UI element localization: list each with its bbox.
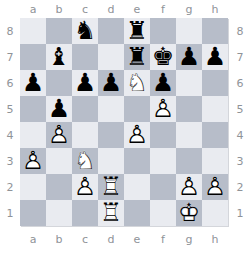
square-f1[interactable] <box>150 200 176 226</box>
rank-label-7-left: 7 <box>0 44 20 70</box>
square-b1[interactable] <box>46 200 72 226</box>
rank-label-4-left: 4 <box>0 122 20 148</box>
square-d8[interactable] <box>98 18 124 44</box>
square-f7[interactable]: ♚ <box>150 44 176 70</box>
file-label-a-top: a <box>20 0 46 18</box>
rank-label-8-left: 8 <box>0 18 20 44</box>
file-label-e-bottom: e <box>124 226 150 258</box>
file-label-h-bottom: h <box>202 226 228 258</box>
square-c6[interactable]: ♟ <box>72 70 98 96</box>
square-f4[interactable] <box>150 122 176 148</box>
square-b2[interactable] <box>46 174 72 200</box>
file-label-h-top: h <box>202 0 228 18</box>
square-g8[interactable] <box>176 18 202 44</box>
square-a7[interactable] <box>20 44 46 70</box>
square-b8[interactable] <box>46 18 72 44</box>
square-e8[interactable]: ♜ <box>124 18 150 44</box>
square-a2[interactable] <box>20 174 46 200</box>
square-f8[interactable] <box>150 18 176 44</box>
square-h7[interactable]: ♟ <box>202 44 228 70</box>
file-label-c-bottom: c <box>72 226 98 258</box>
white-pawn-icon: ♟♙ <box>46 122 72 148</box>
square-h1[interactable] <box>202 200 228 226</box>
white-rook-icon: ♜♖ <box>98 174 124 200</box>
white-knight-icon: ♞♘ <box>124 70 150 96</box>
square-e5[interactable] <box>124 96 150 122</box>
board-corner-spacer <box>0 0 20 18</box>
square-a1[interactable] <box>20 200 46 226</box>
square-g3[interactable] <box>176 148 202 174</box>
square-b7[interactable]: ♝ <box>46 44 72 70</box>
black-king-icon: ♚ <box>150 44 176 70</box>
square-f5[interactable]: ♟♙ <box>150 96 176 122</box>
square-h6[interactable] <box>202 70 228 96</box>
file-label-g-bottom: g <box>176 226 202 258</box>
square-a4[interactable] <box>20 122 46 148</box>
square-c5[interactable] <box>72 96 98 122</box>
square-d2[interactable]: ♜♖ <box>98 174 124 200</box>
file-label-f-bottom: f <box>150 226 176 258</box>
rank-label-7-right: 7 <box>228 44 252 70</box>
black-rook-icon: ♜ <box>124 18 150 44</box>
file-label-f-top: f <box>150 0 176 18</box>
square-e4[interactable]: ♟♙ <box>124 122 150 148</box>
rank-label-4-right: 4 <box>228 122 252 148</box>
board-corner-spacer <box>0 226 20 258</box>
black-pawn-icon: ♟ <box>176 44 202 70</box>
square-h4[interactable] <box>202 122 228 148</box>
square-f3[interactable] <box>150 148 176 174</box>
square-h8[interactable] <box>202 18 228 44</box>
rank-label-5-left: 5 <box>0 96 20 122</box>
black-rook-icon: ♜ <box>124 44 150 70</box>
white-pawn-icon: ♟♙ <box>124 122 150 148</box>
square-g5[interactable] <box>176 96 202 122</box>
white-pawn-icon: ♟♙ <box>176 174 202 200</box>
square-f6[interactable]: ♟ <box>150 70 176 96</box>
rank-label-6-left: 6 <box>0 70 20 96</box>
square-a6[interactable]: ♟ <box>20 70 46 96</box>
rank-label-3-left: 3 <box>0 148 20 174</box>
square-a5[interactable] <box>20 96 46 122</box>
black-pawn-icon: ♟ <box>72 70 98 96</box>
white-pawn-icon: ♟♙ <box>20 148 46 174</box>
black-pawn-icon: ♟ <box>150 70 176 96</box>
rank-label-1-right: 1 <box>228 200 252 226</box>
square-c4[interactable] <box>72 122 98 148</box>
square-e1[interactable] <box>124 200 150 226</box>
square-h3[interactable] <box>202 148 228 174</box>
white-king-icon: ♚♔ <box>176 200 202 226</box>
white-rook-icon: ♜♖ <box>98 200 124 226</box>
square-a8[interactable] <box>20 18 46 44</box>
black-pawn-icon: ♟ <box>46 96 72 122</box>
square-d1[interactable]: ♜♖ <box>98 200 124 226</box>
square-a3[interactable]: ♟♙ <box>20 148 46 174</box>
square-d7[interactable] <box>98 44 124 70</box>
file-label-g-top: g <box>176 0 202 18</box>
rank-label-1-left: 1 <box>0 200 20 226</box>
black-pawn-icon: ♟ <box>20 70 46 96</box>
square-e2[interactable] <box>124 174 150 200</box>
file-label-b-top: b <box>46 0 72 18</box>
square-h5[interactable] <box>202 96 228 122</box>
file-label-b-bottom: b <box>46 226 72 258</box>
square-g2[interactable]: ♟♙ <box>176 174 202 200</box>
square-c8[interactable]: ♞ <box>72 18 98 44</box>
square-e6[interactable]: ♞♘ <box>124 70 150 96</box>
rank-label-6-right: 6 <box>228 70 252 96</box>
file-label-a-bottom: a <box>20 226 46 258</box>
chess-board: abcdefgh8♞♜87♝♜♚♟♟76♟♟♟♞♘♟65♟♟♙54♟♙♟♙43♟… <box>0 0 252 258</box>
square-c2[interactable]: ♟♙ <box>72 174 98 200</box>
black-knight-icon: ♞ <box>72 18 98 44</box>
rank-label-2-right: 2 <box>228 174 252 200</box>
board-corner-spacer <box>228 226 252 258</box>
file-label-d-top: d <box>98 0 124 18</box>
rank-label-3-right: 3 <box>228 148 252 174</box>
board-corner-spacer <box>228 0 252 18</box>
square-g1[interactable]: ♚♔ <box>176 200 202 226</box>
black-pawn-icon: ♟ <box>202 44 228 70</box>
square-b4[interactable]: ♟♙ <box>46 122 72 148</box>
file-label-d-bottom: d <box>98 226 124 258</box>
square-f2[interactable] <box>150 174 176 200</box>
black-pawn-icon: ♟ <box>98 70 124 96</box>
white-pawn-icon: ♟♙ <box>202 174 228 200</box>
square-g6[interactable] <box>176 70 202 96</box>
square-h2[interactable]: ♟♙ <box>202 174 228 200</box>
square-d4[interactable] <box>98 122 124 148</box>
square-e3[interactable] <box>124 148 150 174</box>
white-knight-icon: ♞♘ <box>72 148 98 174</box>
rank-label-2-left: 2 <box>0 174 20 200</box>
square-g7[interactable]: ♟ <box>176 44 202 70</box>
black-bishop-icon: ♝ <box>46 44 72 70</box>
rank-label-5-right: 5 <box>228 96 252 122</box>
square-c7[interactable] <box>72 44 98 70</box>
rank-label-8-right: 8 <box>228 18 252 44</box>
square-d3[interactable] <box>98 148 124 174</box>
chess-board-widget: abcdefgh8♞♜87♝♜♚♟♟76♟♟♟♞♘♟65♟♟♙54♟♙♟♙43♟… <box>0 0 252 258</box>
white-pawn-icon: ♟♙ <box>150 96 176 122</box>
square-g4[interactable] <box>176 122 202 148</box>
square-d6[interactable]: ♟ <box>98 70 124 96</box>
square-c3[interactable]: ♞♘ <box>72 148 98 174</box>
square-b5[interactable]: ♟ <box>46 96 72 122</box>
square-d5[interactable] <box>98 96 124 122</box>
square-b6[interactable] <box>46 70 72 96</box>
white-pawn-icon: ♟♙ <box>72 174 98 200</box>
square-b3[interactable] <box>46 148 72 174</box>
square-e7[interactable]: ♜ <box>124 44 150 70</box>
square-c1[interactable] <box>72 200 98 226</box>
